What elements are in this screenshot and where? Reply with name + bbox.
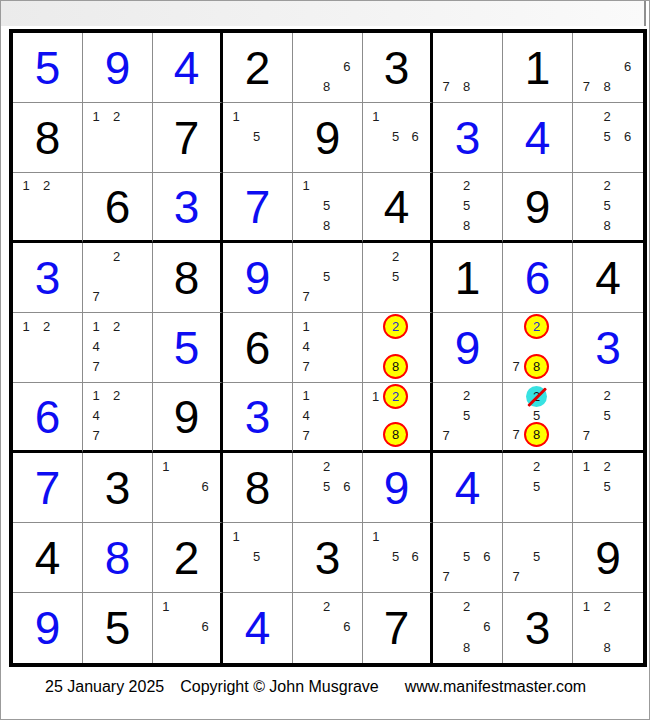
candidate-7: 7 [513,570,520,583]
solved-digit: 7 [223,173,292,240]
given-digit: 9 [573,523,643,592]
candidates: 567 [433,523,502,592]
candidate-2: 2 [392,250,399,263]
given-digit: 3 [83,453,152,522]
candidate-2: 2 [603,600,610,613]
cell-r2c1[interactable]: 8 [13,103,83,173]
cell-r4c3[interactable]: 8 [153,243,223,313]
candidate-4: 4 [93,340,100,353]
candidates: 25 [503,453,572,522]
candidates: 16 [153,593,220,663]
solved-digit: 3 [573,313,643,382]
candidate-6: 6 [483,550,490,563]
candidates: 258 [433,173,502,240]
cell-r1c2[interactable]: 9 [83,33,153,103]
candidate-8: 8 [603,641,610,654]
given-digit: 3 [293,523,362,592]
candidates: 258 [573,173,643,240]
cell-r5c5[interactable]: 147 [293,313,363,383]
cell-r8c3[interactable]: 2 [153,523,223,593]
candidate-2-yellow-circled: 2 [526,316,547,337]
candidate-2: 2 [463,389,470,402]
cell-r6c1[interactable]: 6 [13,383,83,453]
footer-copyright: Copyright © John Musgrave [180,678,379,696]
candidates: 1247 [83,383,152,450]
candidates: 278 [503,313,572,382]
cell-r3c9[interactable]: 258 [573,173,643,243]
given-digit: 4 [13,523,82,592]
candidate-1: 1 [583,600,590,613]
cell-r3c5[interactable]: 158 [293,173,363,243]
candidate-2-eliminated: 2 [526,386,547,407]
candidate-7: 7 [443,429,450,442]
solved-digit: 8 [83,523,152,592]
candidate-4: 4 [303,340,310,353]
candidates: 158 [293,173,362,240]
candidate-7: 7 [443,80,450,93]
cell-r3c6[interactable]: 4 [363,173,433,243]
candidate-8: 8 [603,80,610,93]
footer: 25 January 2025 Copyright © John Musgrav… [45,678,586,696]
candidate-8: 8 [463,219,470,232]
cell-r4c6[interactable]: 25 [363,243,433,313]
candidate-1: 1 [583,460,590,473]
candidate-2: 2 [43,179,50,192]
candidate-5: 5 [603,409,610,422]
solved-digit: 9 [83,33,152,102]
candidate-6: 6 [624,60,631,73]
candidate-1: 1 [303,320,310,333]
candidate-6: 6 [343,60,350,73]
candidate-1: 1 [233,110,240,123]
candidate-5: 5 [323,199,330,212]
cell-r1c7[interactable]: 78 [433,33,503,103]
cell-r4c1[interactable]: 3 [13,243,83,313]
candidates: 12 [13,173,82,240]
cell-r4c9[interactable]: 4 [573,243,643,313]
candidate-4: 4 [303,409,310,422]
candidate-1: 1 [372,110,379,123]
candidate-7: 7 [303,429,310,442]
candidate-5: 5 [392,550,399,563]
cell-r9c5[interactable]: 26 [293,593,363,663]
cell-r9c9[interactable]: 128 [573,593,643,663]
candidate-1: 1 [23,179,30,192]
candidate-5: 5 [533,550,540,563]
candidate-2-yellow-circled: 2 [385,316,406,337]
cell-r4c7[interactable]: 1 [433,243,503,313]
candidate-8-yellow-circled: 8 [385,356,406,377]
solved-digit: 4 [153,33,220,102]
candidate-1: 1 [93,320,100,333]
cell-r8c9[interactable]: 9 [573,523,643,593]
cell-r7c9[interactable]: 125 [573,453,643,523]
cell-r1c8[interactable]: 1 [503,33,573,103]
candidate-6: 6 [624,130,631,143]
cell-r1c9[interactable]: 678 [573,33,643,103]
candidate-5: 5 [463,409,470,422]
cell-r9c6[interactable]: 7 [363,593,433,663]
candidate-2: 2 [533,460,540,473]
cell-r2c2[interactable]: 12 [83,103,153,173]
candidate-7: 7 [303,360,310,373]
candidate-5: 5 [323,480,330,493]
cell-r4c5[interactable]: 57 [293,243,363,313]
cell-r5c3[interactable]: 5 [153,313,223,383]
cell-r5c6[interactable]: 28 [363,313,433,383]
candidate-5: 5 [603,199,610,212]
solved-digit: 9 [223,243,292,312]
cell-r2c7[interactable]: 3 [433,103,503,173]
candidates: 2578 [503,383,572,450]
candidate-1: 1 [93,110,100,123]
candidate-7: 7 [583,429,590,442]
given-digit: 3 [363,33,430,102]
candidate-7: 7 [93,290,100,303]
candidate-2: 2 [603,389,610,402]
candidate-2: 2 [113,110,120,123]
candidate-7: 7 [512,428,519,441]
candidates: 15 [223,103,292,172]
cell-r1c4[interactable]: 2 [223,33,293,103]
candidates: 268 [433,593,502,663]
cell-r3c7[interactable]: 258 [433,173,503,243]
candidate-2: 2 [463,600,470,613]
solved-digit: 9 [363,453,430,522]
given-digit: 4 [363,173,430,240]
candidates: 125 [573,453,643,522]
solved-digit: 3 [223,383,292,450]
candidate-5: 5 [392,130,399,143]
candidates: 256 [293,453,362,522]
cell-r8c1[interactable]: 4 [13,523,83,593]
candidate-1: 1 [233,530,240,543]
candidates: 256 [573,103,643,172]
given-digit: 7 [153,103,220,172]
cell-r6c3[interactable]: 9 [153,383,223,453]
candidates: 16 [153,453,220,522]
candidate-8: 8 [463,641,470,654]
sudoku-page: 5942683781678812715915634256126371584258… [0,0,650,720]
candidate-6: 6 [343,620,350,633]
candidate-7: 7 [93,429,100,442]
candidate-1: 1 [372,390,379,403]
candidate-5: 5 [603,480,610,493]
candidate-7: 7 [583,80,590,93]
candidate-8-yellow-circled: 8 [526,424,547,445]
cell-r7c1[interactable]: 7 [13,453,83,523]
cell-r8c7[interactable]: 567 [433,523,503,593]
candidates: 678 [573,33,643,102]
candidates: 1247 [83,313,152,382]
given-digit: 4 [573,243,643,312]
cell-r2c3[interactable]: 7 [153,103,223,173]
cell-r1c3[interactable]: 4 [153,33,223,103]
cell-r1c6[interactable]: 3 [363,33,433,103]
given-digit: 9 [503,173,572,240]
cell-r4c4[interactable]: 9 [223,243,293,313]
cell-r3c8[interactable]: 9 [503,173,573,243]
candidates: 57 [293,243,362,312]
cell-r8c5[interactable]: 3 [293,523,363,593]
given-digit: 5 [83,593,152,663]
given-digit: 1 [433,243,502,312]
candidate-2: 2 [603,460,610,473]
candidate-8: 8 [603,219,610,232]
candidate-8-yellow-circled: 8 [385,424,406,445]
window-titlebar [1,1,646,26]
candidate-8-yellow-circled: 8 [526,356,547,377]
solved-digit: 4 [503,103,572,172]
cell-r9c2[interactable]: 5 [83,593,153,663]
candidate-7: 7 [93,360,100,373]
candidates: 28 [363,313,430,382]
given-digit: 7 [363,593,430,663]
given-digit: 6 [83,173,152,240]
candidate-1: 1 [162,460,169,473]
candidate-5: 5 [323,270,330,283]
cell-r2c5[interactable]: 9 [293,103,363,173]
candidate-5: 5 [533,409,540,422]
cell-r6c6[interactable]: 128 [363,383,433,453]
candidate-5: 5 [463,199,470,212]
given-digit: 6 [223,313,292,382]
candidate-7: 7 [303,290,310,303]
cell-r6c2[interactable]: 1247 [83,383,153,453]
candidate-6: 6 [202,480,209,493]
candidate-1: 1 [303,179,310,192]
candidate-1: 1 [303,389,310,402]
cell-r9c4[interactable]: 4 [223,593,293,663]
candidate-7: 7 [512,360,519,373]
solved-digit: 6 [503,243,572,312]
cell-r2c6[interactable]: 156 [363,103,433,173]
candidates: 12 [83,103,152,172]
cell-r5c4[interactable]: 6 [223,313,293,383]
cell-r4c2[interactable]: 27 [83,243,153,313]
cell-r6c5[interactable]: 147 [293,383,363,453]
given-digit: 8 [223,453,292,522]
cell-r5c2[interactable]: 1247 [83,313,153,383]
cell-r7c3[interactable]: 16 [153,453,223,523]
candidate-2: 2 [323,460,330,473]
candidate-8: 8 [323,80,330,93]
candidate-6: 6 [343,480,350,493]
candidate-8: 8 [323,219,330,232]
cell-r2c8[interactable]: 4 [503,103,573,173]
candidates: 15 [223,523,292,592]
candidates: 78 [433,33,502,102]
candidate-1: 1 [23,320,30,333]
cell-r6c7[interactable]: 257 [433,383,503,453]
candidate-5: 5 [253,130,260,143]
candidate-2: 2 [463,179,470,192]
candidate-2-yellow-circled: 2 [385,386,406,407]
candidate-7: 7 [443,570,450,583]
candidate-2: 2 [43,320,50,333]
candidates: 128 [573,593,643,663]
candidates: 156 [363,523,430,592]
candidate-6: 6 [412,130,419,143]
candidates: 156 [363,103,430,172]
candidates: 12 [13,313,82,382]
cell-r9c7[interactable]: 268 [433,593,503,663]
solved-digit: 9 [433,313,502,382]
cell-r7c8[interactable]: 25 [503,453,573,523]
candidates: 128 [363,383,430,450]
candidates: 257 [433,383,502,450]
cell-r1c5[interactable]: 68 [293,33,363,103]
cell-r9c8[interactable]: 3 [503,593,573,663]
cell-r7c7[interactable]: 4 [433,453,503,523]
solved-digit: 3 [153,173,220,240]
candidate-5: 5 [392,270,399,283]
candidate-2: 2 [603,110,610,123]
solved-digit: 6 [13,383,82,450]
solved-digit: 3 [13,243,82,312]
cell-r3c1[interactable]: 12 [13,173,83,243]
cell-r6c8[interactable]: 2578 [503,383,573,453]
cell-r6c9[interactable]: 257 [573,383,643,453]
cell-r5c1[interactable]: 12 [13,313,83,383]
candidates: 25 [363,243,430,312]
candidate-5: 5 [253,550,260,563]
candidate-5: 5 [463,550,470,563]
solved-digit: 5 [153,313,220,382]
cell-r8c4[interactable]: 15 [223,523,293,593]
candidate-2: 2 [323,600,330,613]
candidate-2: 2 [113,389,120,402]
cell-r4c8[interactable]: 6 [503,243,573,313]
given-digit: 9 [293,103,362,172]
cell-r8c2[interactable]: 8 [83,523,153,593]
cell-r7c6[interactable]: 9 [363,453,433,523]
footer-date: 25 January 2025 [45,678,164,696]
candidate-1: 1 [162,600,169,613]
candidates: 57 [503,523,572,592]
footer-website: www.manifestmaster.com [405,678,586,696]
candidate-1: 1 [93,389,100,402]
candidate-6: 6 [202,620,209,633]
candidates: 27 [83,243,152,312]
solved-digit: 9 [13,593,82,663]
candidate-2: 2 [113,320,120,333]
candidate-6: 6 [412,550,419,563]
cell-r5c9[interactable]: 3 [573,313,643,383]
candidate-1: 1 [372,530,379,543]
solved-digit: 4 [433,453,502,522]
candidate-5: 5 [533,480,540,493]
cell-r9c3[interactable]: 16 [153,593,223,663]
cell-r3c2[interactable]: 6 [83,173,153,243]
cell-r3c3[interactable]: 3 [153,173,223,243]
solved-digit: 4 [223,593,292,663]
given-digit: 1 [503,33,572,102]
candidates: 147 [293,383,362,450]
cell-r5c8[interactable]: 278 [503,313,573,383]
candidate-5: 5 [603,130,610,143]
elimination-slash-icon [527,387,546,406]
candidates: 257 [573,383,643,450]
cell-r8c8[interactable]: 57 [503,523,573,593]
candidate-4: 4 [93,409,100,422]
candidates: 26 [293,593,362,663]
solved-digit: 5 [13,33,82,102]
cell-r2c4[interactable]: 15 [223,103,293,173]
given-digit: 9 [153,383,220,450]
given-digit: 8 [153,243,220,312]
given-digit: 8 [13,103,82,172]
candidate-2: 2 [113,250,120,263]
candidate-8: 8 [463,80,470,93]
cell-r7c2[interactable]: 3 [83,453,153,523]
solved-digit: 3 [433,103,502,172]
sudoku-board: 5942683781678812715915634256126371584258… [9,29,647,667]
cell-r2c9[interactable]: 256 [573,103,643,173]
candidates: 68 [293,33,362,102]
cell-r5c7[interactable]: 9 [433,313,503,383]
given-digit: 3 [503,593,572,663]
candidates: 147 [293,313,362,382]
cell-r7c4[interactable]: 8 [223,453,293,523]
given-digit: 2 [223,33,292,102]
candidate-2: 2 [603,179,610,192]
cell-r9c1[interactable]: 9 [13,593,83,663]
given-digit: 2 [153,523,220,592]
candidate-6: 6 [483,620,490,633]
cell-r3c4[interactable]: 7 [223,173,293,243]
solved-digit: 7 [13,453,82,522]
cell-r8c6[interactable]: 156 [363,523,433,593]
cell-r6c4[interactable]: 3 [223,383,293,453]
cell-r1c1[interactable]: 5 [13,33,83,103]
cell-r7c5[interactable]: 256 [293,453,363,523]
